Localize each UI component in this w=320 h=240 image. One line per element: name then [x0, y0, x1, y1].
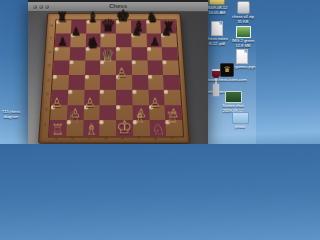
piece-wR-a1[interactable]: ♖ — [49, 122, 66, 137]
square-d4[interactable] — [100, 75, 116, 90]
square-e7[interactable] — [116, 33, 131, 46]
square-c6[interactable]: ♞ — [85, 47, 89, 50]
square-f6[interactable] — [131, 47, 147, 61]
square-f3[interactable] — [132, 90, 136, 94]
square-e3[interactable] — [116, 90, 132, 105]
square-e4[interactable]: ♙ — [116, 75, 120, 79]
piece-bR-a8[interactable]: ♜ — [56, 10, 60, 23]
desktop-icon-chess-app-zip-icon — [237, 1, 250, 14]
piece-wP-a2[interactable]: ♙ — [51, 96, 55, 108]
desktop-icon-screen-shot-icon — [225, 91, 242, 103]
square-d1[interactable] — [100, 120, 104, 124]
desktop: { "game": "chess", "position": { "fen": … — [0, 0, 256, 144]
square-f5[interactable] — [132, 61, 136, 65]
desktop-icon-chess-notes-pdf-icon — [211, 21, 223, 36]
square-c4[interactable] — [84, 75, 88, 79]
chess-window: Chess ♜♝♛♚♝♞♜♟♟♟♟♟♟♞♟♕♙♙♙♙♙♙♙♖♘♗♔♗♘♖ abc… — [28, 0, 208, 144]
square-g5[interactable] — [147, 61, 163, 75]
square-h3[interactable] — [164, 90, 168, 94]
piece-wB-c1[interactable]: ♗ — [83, 121, 100, 136]
square-b1[interactable]: ♘ — [66, 120, 70, 124]
rank-label-1: 1 — [41, 118, 48, 134]
desktop-icon-green-image[interactable]: IMG 2 green12.8 MB — [223, 26, 256, 48]
rank-label-6: 6 — [47, 46, 54, 60]
desktop-icon-chess-app-zip[interactable]: chess v4 zip35 KB — [223, 1, 256, 24]
desktop-icon-chess-site-label: www.chess-icons.com — [205, 78, 249, 83]
piece-wN-g1[interactable]: ♘ — [150, 121, 167, 136]
square-g7[interactable]: ♟ — [146, 33, 162, 46]
rank-label-5: 5 — [46, 59, 53, 73]
piece-bQ-d8[interactable]: ♛ — [101, 17, 116, 33]
rank-label-3: 3 — [44, 87, 51, 102]
square-g4[interactable] — [148, 75, 152, 79]
desktop-icon-chess-site[interactable]: ♛www.chess-icons.com — [207, 63, 247, 83]
square-e1[interactable]: ♔ — [116, 120, 133, 136]
rank-label-7: 7 — [47, 32, 54, 45]
square-e8[interactable]: ♚ — [116, 20, 120, 23]
square-a4[interactable] — [53, 75, 57, 79]
piece-bP-f7[interactable]: ♟ — [131, 25, 135, 37]
square-d2[interactable] — [100, 105, 116, 121]
desktop-icon-chess-site-icon: ♛ — [220, 63, 234, 77]
square-f7[interactable]: ♟ — [131, 33, 135, 36]
piece-bB-c8[interactable]: ♝ — [86, 10, 90, 24]
square-a1[interactable]: ♖ — [49, 120, 66, 136]
square-c8[interactable]: ♝ — [86, 20, 90, 23]
square-b4[interactable] — [68, 75, 84, 90]
square-g1[interactable]: ♘ — [149, 120, 166, 136]
desktop-icon-left-label[interactable]: T15 chessdiagram — [0, 110, 31, 119]
square-b5[interactable] — [69, 61, 73, 65]
piece-bP-g7[interactable]: ♟ — [147, 35, 162, 47]
square-a7[interactable]: ♟ — [55, 33, 71, 46]
desktop-icon-chess-app-zip-label: chess v4 zip35 KB — [223, 15, 256, 24]
square-c1[interactable]: ♗ — [83, 120, 100, 136]
square-b7[interactable]: ♟ — [70, 33, 74, 36]
square-f1[interactable]: ♗ — [133, 120, 137, 124]
desktop-icon-photo[interactable]: photo — [220, 112, 256, 130]
square-c2[interactable]: ♙ — [83, 105, 87, 109]
rank-label-4: 4 — [45, 73, 52, 87]
piece-bP-a7[interactable]: ♟ — [55, 35, 70, 47]
square-e6[interactable] — [116, 47, 120, 50]
piece-wQ-d5[interactable]: ♕ — [100, 48, 104, 65]
square-c5[interactable] — [84, 61, 100, 75]
piece-bK-e8[interactable]: ♚ — [116, 8, 120, 24]
piece-wN-b1[interactable]: ♘ — [67, 109, 71, 124]
desktop-icon-green-image-icon — [236, 26, 251, 38]
rank-label-2: 2 — [42, 102, 49, 117]
piece-bN-c6[interactable]: ♞ — [85, 36, 89, 50]
square-f4[interactable] — [132, 75, 148, 90]
desktop-icon-green-image-label: IMG 2 green12.8 MB — [223, 39, 256, 48]
square-d5[interactable]: ♕ — [100, 61, 104, 65]
desktop-icon-photo-label: photo — [220, 125, 256, 130]
desktop-icon-photo-icon — [232, 112, 249, 124]
square-d3[interactable] — [100, 90, 104, 94]
square-a5[interactable] — [53, 61, 69, 75]
square-a8[interactable]: ♜ — [56, 20, 60, 23]
desktop-icon-games-pgn-icon — [236, 49, 248, 64]
square-h5[interactable] — [163, 61, 167, 65]
square-h6[interactable] — [162, 47, 178, 61]
chess-board-grid: ♜♝♛♚♝♞♜♟♟♟♟♟♟♞♟♕♙♙♙♙♙♙♙♖♘♗♔♗♘♖ — [48, 19, 184, 137]
square-d7[interactable] — [101, 33, 105, 36]
square-b3[interactable] — [68, 90, 72, 94]
square-a6[interactable] — [54, 47, 58, 50]
desktop-icon-left-label-label: T15 chessdiagram — [0, 110, 31, 119]
piece-wK-e1[interactable]: ♔ — [116, 118, 133, 136]
square-g6[interactable] — [147, 47, 151, 50]
rank-label-8: 8 — [48, 19, 55, 32]
square-b6[interactable] — [69, 47, 85, 61]
chess-board: ♜♝♛♚♝♞♜♟♟♟♟♟♟♞♟♕♙♙♙♙♙♙♙♖♘♗♔♗♘♖ abcdefgh … — [38, 13, 190, 144]
piece-wP-c2[interactable]: ♙ — [84, 96, 88, 108]
board-perspective-wrapper: ♜♝♛♚♝♞♜♟♟♟♟♟♟♞♟♕♙♙♙♙♙♙♙♖♘♗♔♗♘♖ abcdefgh … — [41, 3, 187, 144]
piece-wP-e4[interactable]: ♙ — [116, 67, 120, 79]
square-h4[interactable] — [163, 75, 180, 90]
piece-bP-b7[interactable]: ♟ — [71, 25, 75, 37]
piece-wB-f1[interactable]: ♗ — [133, 109, 137, 124]
square-a2[interactable]: ♙ — [51, 105, 55, 109]
square-e2[interactable] — [116, 105, 120, 109]
square-d8[interactable]: ♛ — [101, 20, 116, 33]
desktop-icon-screen-shot[interactable]: Screen shot2009-08-12 — [213, 91, 253, 113]
